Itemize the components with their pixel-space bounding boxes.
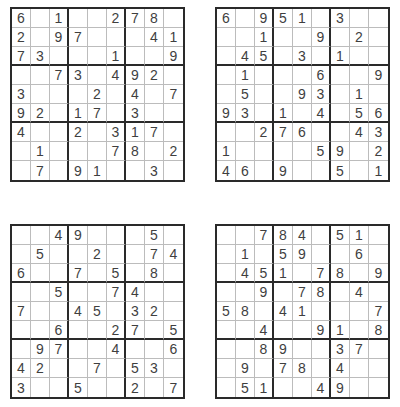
sudoku-cell-given: 7	[126, 321, 145, 340]
sudoku-cell-given: 5	[255, 264, 274, 283]
sudoku-cell-empty	[126, 340, 145, 359]
sudoku-cell-given: 7	[69, 264, 88, 283]
sudoku-cell-given: 9	[312, 28, 331, 47]
sudoku-cell-empty	[312, 9, 331, 28]
sudoku-cell-given: 3	[331, 340, 350, 359]
sudoku-cell-empty	[217, 226, 236, 245]
sudoku-cell-given: 4	[107, 340, 126, 359]
sudoku-cell-empty	[69, 142, 88, 161]
sudoku-cell-given: 2	[126, 378, 145, 397]
sudoku-cell-empty	[217, 66, 236, 85]
sudoku-cell-empty	[255, 245, 274, 264]
sudoku-cell-given: 4	[293, 226, 312, 245]
sudoku-cell-given: 5	[145, 226, 164, 245]
sudoku-cell-given: 9	[126, 66, 145, 85]
sudoku-cell-empty	[236, 142, 255, 161]
sudoku-cell-given: 5	[50, 283, 69, 302]
sudoku-cell-given: 7	[274, 359, 293, 378]
sudoku-cell-given: 4	[312, 104, 331, 123]
sudoku-cell-given: 1	[88, 161, 107, 180]
sudoku-cell-given: 8	[126, 142, 145, 161]
sudoku-board-top-right: 695131924531169593193145627643159246951	[215, 7, 390, 182]
sudoku-cell-empty	[217, 85, 236, 104]
sudoku-cell-given: 2	[145, 302, 164, 321]
sudoku-cell-empty	[350, 264, 369, 283]
sudoku-cell-empty	[369, 226, 388, 245]
sudoku-cell-given: 1	[331, 321, 350, 340]
sudoku-cell-empty	[164, 283, 183, 302]
sudoku-cell-empty	[107, 359, 126, 378]
sudoku-cell-empty	[236, 28, 255, 47]
sudoku-cell-given: 8	[312, 283, 331, 302]
sudoku-cell-empty	[145, 340, 164, 359]
sudoku-cell-empty	[145, 283, 164, 302]
sudoku-cell-empty	[50, 359, 69, 378]
sudoku-cell-empty	[145, 47, 164, 66]
sudoku-cell-empty	[331, 28, 350, 47]
sudoku-cell-empty	[31, 283, 50, 302]
sudoku-cell-given: 5	[350, 104, 369, 123]
sudoku-cell-given: 7	[350, 340, 369, 359]
sudoku-cell-empty	[69, 340, 88, 359]
sudoku-cell-given: 2	[88, 85, 107, 104]
sudoku-cell-empty	[50, 85, 69, 104]
sudoku-cell-given: 7	[164, 378, 183, 397]
sudoku-cell-given: 7	[12, 47, 31, 66]
sudoku-cell-empty	[164, 161, 183, 180]
sudoku-cell-given: 9	[236, 359, 255, 378]
sudoku-cell-given: 6	[50, 321, 69, 340]
sudoku-cell-empty	[274, 378, 293, 397]
sudoku-cell-given: 4	[69, 302, 88, 321]
sudoku-cell-given: 6	[293, 123, 312, 142]
sudoku-cell-given: 7	[107, 142, 126, 161]
sudoku-cell-empty	[145, 321, 164, 340]
sudoku-cell-given: 5	[31, 245, 50, 264]
sudoku-cell-given: 3	[31, 47, 50, 66]
sudoku-cell-empty	[369, 28, 388, 47]
sudoku-cell-empty	[255, 359, 274, 378]
sudoku-cell-given: 7	[164, 85, 183, 104]
sudoku-cell-empty	[88, 378, 107, 397]
sudoku-cell-empty	[126, 245, 145, 264]
sudoku-cell-given: 4	[50, 226, 69, 245]
sudoku-cell-given: 9	[164, 47, 183, 66]
sudoku-cell-empty	[69, 85, 88, 104]
sudoku-cell-empty	[312, 47, 331, 66]
sudoku-cell-given: 3	[12, 378, 31, 397]
sudoku-cell-empty	[12, 66, 31, 85]
sudoku-cell-empty	[31, 302, 50, 321]
sudoku-cell-empty	[107, 378, 126, 397]
sudoku-cell-empty	[164, 359, 183, 378]
sudoku-cell-given: 1	[369, 161, 388, 180]
sudoku-cell-empty	[50, 302, 69, 321]
sudoku-cell-empty	[236, 283, 255, 302]
sudoku-cell-empty	[107, 104, 126, 123]
sudoku-cell-given: 9	[69, 161, 88, 180]
sudoku-cell-empty	[274, 47, 293, 66]
sudoku-cell-given: 5	[107, 264, 126, 283]
sudoku-cell-empty	[255, 66, 274, 85]
sudoku-cell-empty	[217, 245, 236, 264]
sudoku-cell-given: 3	[12, 85, 31, 104]
sudoku-cell-empty	[274, 142, 293, 161]
sudoku-cell-empty	[236, 123, 255, 142]
sudoku-cell-given: 2	[369, 142, 388, 161]
sudoku-cell-given: 4	[164, 245, 183, 264]
sudoku-cell-empty	[145, 85, 164, 104]
sudoku-cell-given: 2	[164, 142, 183, 161]
sudoku-cell-given: 4	[350, 123, 369, 142]
sudoku-cell-given: 9	[331, 142, 350, 161]
sudoku-cell-given: 1	[274, 264, 293, 283]
sudoku-cell-empty	[369, 283, 388, 302]
sudoku-cell-given: 5	[236, 85, 255, 104]
sudoku-cell-given: 1	[255, 378, 274, 397]
sudoku-cell-empty	[369, 245, 388, 264]
sudoku-cell-empty	[164, 302, 183, 321]
sudoku-cell-empty	[107, 302, 126, 321]
sudoku-cell-empty	[50, 47, 69, 66]
sudoku-cell-empty	[69, 359, 88, 378]
sudoku-cell-empty	[236, 226, 255, 245]
sudoku-cell-empty	[312, 340, 331, 359]
sudoku-cell-given: 4	[350, 283, 369, 302]
sudoku-cell-empty	[69, 283, 88, 302]
sudoku-cell-empty	[69, 47, 88, 66]
sudoku-cell-given: 9	[255, 9, 274, 28]
sudoku-cell-empty	[31, 28, 50, 47]
sudoku-cell-given: 3	[145, 161, 164, 180]
sudoku-cell-given: 5	[126, 359, 145, 378]
sudoku-cell-given: 5	[164, 321, 183, 340]
sudoku-cell-empty	[31, 264, 50, 283]
sudoku-cell-empty	[369, 47, 388, 66]
sudoku-cell-empty	[31, 9, 50, 28]
sudoku-cell-empty	[312, 359, 331, 378]
sudoku-cell-given: 6	[312, 66, 331, 85]
sudoku-cell-empty	[50, 104, 69, 123]
sudoku-cell-given: 7	[88, 359, 107, 378]
sudoku-cell-given: 1	[107, 47, 126, 66]
sudoku-cell-empty	[350, 161, 369, 180]
sudoku-cell-given: 5	[274, 245, 293, 264]
sudoku-cell-given: 1	[274, 104, 293, 123]
sudoku-cell-given: 3	[69, 66, 88, 85]
sudoku-cell-empty	[331, 283, 350, 302]
sudoku-cell-empty	[293, 378, 312, 397]
sudoku-cell-empty	[88, 123, 107, 142]
sudoku-cell-given: 3	[107, 123, 126, 142]
sudoku-cell-empty	[350, 378, 369, 397]
sudoku-cell-given: 3	[126, 104, 145, 123]
sudoku-cell-empty	[331, 104, 350, 123]
sudoku-cell-empty	[126, 264, 145, 283]
sudoku-cell-given: 4	[107, 66, 126, 85]
sudoku-cell-given: 1	[236, 245, 255, 264]
sudoku-cell-given: 7	[69, 28, 88, 47]
sudoku-cell-empty	[293, 28, 312, 47]
sudoku-cell-empty	[274, 85, 293, 104]
sudoku-cell-empty	[88, 66, 107, 85]
sudoku-cell-empty	[217, 28, 236, 47]
sudoku-cell-empty	[217, 123, 236, 142]
sudoku-cell-given: 1	[217, 142, 236, 161]
sudoku-cell-given: 4	[331, 359, 350, 378]
sudoku-cell-empty	[31, 321, 50, 340]
sudoku-cell-given: 8	[293, 359, 312, 378]
sudoku-cell-given: 6	[164, 340, 183, 359]
sudoku-cell-empty	[164, 66, 183, 85]
sudoku-cell-given: 7	[88, 104, 107, 123]
sudoku-cell-empty	[369, 9, 388, 28]
sudoku-cell-given: 9	[274, 340, 293, 359]
sudoku-cell-given: 1	[164, 28, 183, 47]
sudoku-cell-given: 1	[255, 28, 274, 47]
sudoku-cell-empty	[312, 302, 331, 321]
sudoku-cell-given: 3	[293, 47, 312, 66]
sudoku-cell-empty	[69, 9, 88, 28]
sudoku-cell-given: 2	[107, 321, 126, 340]
sudoku-cell-given: 4	[312, 378, 331, 397]
sudoku-cell-given: 1	[50, 9, 69, 28]
sudoku-cell-empty	[255, 161, 274, 180]
sudoku-cell-empty	[236, 321, 255, 340]
sudoku-cell-empty	[293, 66, 312, 85]
sudoku-cell-empty	[293, 340, 312, 359]
sudoku-cell-given: 6	[369, 104, 388, 123]
sudoku-cell-given: 5	[236, 378, 255, 397]
sudoku-cell-given: 4	[274, 302, 293, 321]
sudoku-cell-empty	[107, 226, 126, 245]
sudoku-cell-empty	[69, 321, 88, 340]
sudoku-cell-empty	[164, 9, 183, 28]
sudoku-board-top-left: 6127829741731973492324792173423171782791…	[10, 7, 185, 182]
sudoku-cell-empty	[50, 142, 69, 161]
sudoku-board-bottom-right: 7845115964517899784584174918893797845149	[215, 224, 390, 399]
sudoku-cell-empty	[217, 321, 236, 340]
sudoku-cell-empty	[217, 283, 236, 302]
sudoku-cell-given: 9	[312, 321, 331, 340]
sudoku-cell-given: 4	[217, 161, 236, 180]
sudoku-cell-empty	[50, 123, 69, 142]
sudoku-cell-empty	[350, 9, 369, 28]
sudoku-cell-given: 3	[145, 359, 164, 378]
sudoku-cell-given: 9	[255, 283, 274, 302]
sudoku-cell-given: 1	[350, 226, 369, 245]
sudoku-cell-given: 9	[274, 161, 293, 180]
sudoku-cell-empty	[88, 9, 107, 28]
sudoku-cell-given: 2	[107, 9, 126, 28]
sudoku-cell-empty	[217, 340, 236, 359]
sudoku-cell-given: 5	[274, 9, 293, 28]
sudoku-cell-empty	[369, 340, 388, 359]
sudoku-cell-given: 4	[145, 28, 164, 47]
sudoku-cell-given: 8	[236, 302, 255, 321]
sudoku-cell-given: 1	[236, 66, 255, 85]
sudoku-cell-given: 9	[50, 28, 69, 47]
sudoku-cell-given: 5	[312, 142, 331, 161]
sudoku-cell-empty	[312, 226, 331, 245]
sudoku-cell-given: 2	[255, 123, 274, 142]
sudoku-cell-empty	[255, 302, 274, 321]
sudoku-cell-given: 2	[31, 359, 50, 378]
sudoku-cell-empty	[217, 264, 236, 283]
sudoku-cell-given: 7	[274, 123, 293, 142]
sudoku-cell-empty	[12, 161, 31, 180]
sudoku-cell-empty	[293, 161, 312, 180]
sudoku-cell-given: 9	[331, 378, 350, 397]
sudoku-cell-given: 4	[12, 123, 31, 142]
sudoku-cell-empty	[350, 66, 369, 85]
sudoku-cell-given: 2	[31, 104, 50, 123]
sudoku-cell-empty	[31, 226, 50, 245]
sudoku-cell-given: 8	[331, 264, 350, 283]
sudoku-cell-given: 1	[293, 9, 312, 28]
sudoku-cell-empty	[12, 142, 31, 161]
sudoku-cell-empty	[88, 340, 107, 359]
sudoku-cell-given: 3	[331, 9, 350, 28]
sudoku-cell-given: 8	[255, 340, 274, 359]
sudoku-cell-empty	[217, 47, 236, 66]
sudoku-cell-given: 5	[217, 302, 236, 321]
sudoku-cell-given: 6	[217, 9, 236, 28]
sudoku-cell-empty	[331, 123, 350, 142]
sudoku-cell-empty	[50, 378, 69, 397]
sudoku-cell-empty	[126, 28, 145, 47]
sudoku-cell-given: 1	[350, 85, 369, 104]
sudoku-cell-empty	[88, 264, 107, 283]
sudoku-cell-given: 5	[69, 378, 88, 397]
sudoku-cell-given: 7	[12, 302, 31, 321]
sudoku-cell-empty	[350, 302, 369, 321]
sudoku-cell-given: 5	[255, 47, 274, 66]
sudoku-cell-given: 3	[312, 85, 331, 104]
sudoku-cell-empty	[164, 226, 183, 245]
sudoku-cell-empty	[312, 245, 331, 264]
sudoku-cell-empty	[236, 9, 255, 28]
sudoku-cell-empty	[88, 47, 107, 66]
sudoku-cell-empty	[88, 321, 107, 340]
sudoku-cell-given: 1	[293, 302, 312, 321]
sudoku-cell-given: 4	[12, 359, 31, 378]
sudoku-cell-given: 6	[12, 9, 31, 28]
sudoku-cell-given: 7	[126, 9, 145, 28]
sudoku-cell-empty	[293, 104, 312, 123]
sudoku-cell-empty	[12, 340, 31, 359]
sudoku-cell-empty	[293, 321, 312, 340]
sudoku-cell-given: 9	[31, 340, 50, 359]
sudoku-cell-given: 5	[88, 302, 107, 321]
sudoku-cell-empty	[88, 226, 107, 245]
sudoku-cell-empty	[350, 321, 369, 340]
sudoku-cell-given: 7	[50, 340, 69, 359]
sudoku-cell-empty	[274, 321, 293, 340]
sudoku-cell-empty	[164, 104, 183, 123]
sudoku-cell-given: 9	[293, 245, 312, 264]
sudoku-cell-empty	[331, 85, 350, 104]
sudoku-cell-given: 7	[255, 226, 274, 245]
sudoku-cell-given: 3	[369, 123, 388, 142]
sudoku-cell-empty	[126, 47, 145, 66]
sudoku-cell-given: 8	[369, 321, 388, 340]
sudoku-cell-empty	[145, 142, 164, 161]
sudoku-cell-given: 2	[12, 28, 31, 47]
sudoku-cell-empty	[274, 66, 293, 85]
sudoku-cell-given: 1	[31, 142, 50, 161]
sudoku-cell-given: 1	[126, 123, 145, 142]
sudoku-cell-given: 7	[107, 283, 126, 302]
sudoku-cell-given: 8	[145, 264, 164, 283]
sudoku-cell-empty	[12, 245, 31, 264]
sudoku-cell-empty	[31, 66, 50, 85]
sudoku-cell-given: 1	[69, 104, 88, 123]
sudoku-cell-empty	[369, 378, 388, 397]
sudoku-cell-empty	[331, 302, 350, 321]
sudoku-cell-given: 7	[293, 283, 312, 302]
sudoku-board-bottom-left: 495527467585747453262759746427533527	[10, 224, 185, 399]
sudoku-cell-given: 9	[217, 104, 236, 123]
sudoku-cell-empty	[69, 245, 88, 264]
sudoku-cell-given: 2	[69, 123, 88, 142]
sudoku-cell-empty	[107, 85, 126, 104]
sudoku-cell-given: 4	[255, 321, 274, 340]
sudoku-cell-empty	[350, 359, 369, 378]
sudoku-cell-given: 7	[31, 161, 50, 180]
sudoku-cell-empty	[145, 378, 164, 397]
sudoku-cell-given: 9	[369, 66, 388, 85]
sudoku-cell-given: 8	[274, 226, 293, 245]
sudoku-cell-empty	[293, 142, 312, 161]
sudoku-cell-given: 4	[236, 47, 255, 66]
sudoku-cell-empty	[236, 340, 255, 359]
sudoku-cell-empty	[350, 142, 369, 161]
sudoku-cell-given: 6	[236, 161, 255, 180]
sudoku-cell-given: 7	[145, 245, 164, 264]
sudoku-cell-empty	[312, 123, 331, 142]
sudoku-cell-empty	[88, 283, 107, 302]
sudoku-cell-empty	[217, 359, 236, 378]
sudoku-cell-empty	[274, 283, 293, 302]
sudoku-cell-empty	[293, 264, 312, 283]
sudoku-cell-empty	[369, 359, 388, 378]
sudoku-cell-empty	[107, 28, 126, 47]
sudoku-cell-empty	[126, 161, 145, 180]
sudoku-cell-given: 7	[369, 302, 388, 321]
sudoku-cell-given: 3	[126, 302, 145, 321]
sudoku-cell-empty	[164, 123, 183, 142]
sudoku-cell-empty	[126, 226, 145, 245]
sudoku-cell-empty	[88, 28, 107, 47]
sudoku-cell-empty	[312, 161, 331, 180]
sudoku-cell-empty	[164, 264, 183, 283]
sudoku-cell-empty	[50, 264, 69, 283]
sudoku-cell-given: 6	[350, 245, 369, 264]
sudoku-worksheet: 6127829741731973492324792173423171782791…	[0, 0, 400, 407]
sudoku-cell-given: 9	[369, 264, 388, 283]
sudoku-cell-empty	[107, 245, 126, 264]
sudoku-cell-empty	[350, 47, 369, 66]
sudoku-cell-given: 2	[145, 66, 164, 85]
sudoku-cell-empty	[31, 123, 50, 142]
sudoku-cell-given: 7	[50, 66, 69, 85]
sudoku-cell-empty	[12, 283, 31, 302]
sudoku-cell-given: 7	[145, 123, 164, 142]
sudoku-cell-given: 4	[236, 264, 255, 283]
sudoku-cell-given: 7	[312, 264, 331, 283]
sudoku-cell-empty	[50, 161, 69, 180]
